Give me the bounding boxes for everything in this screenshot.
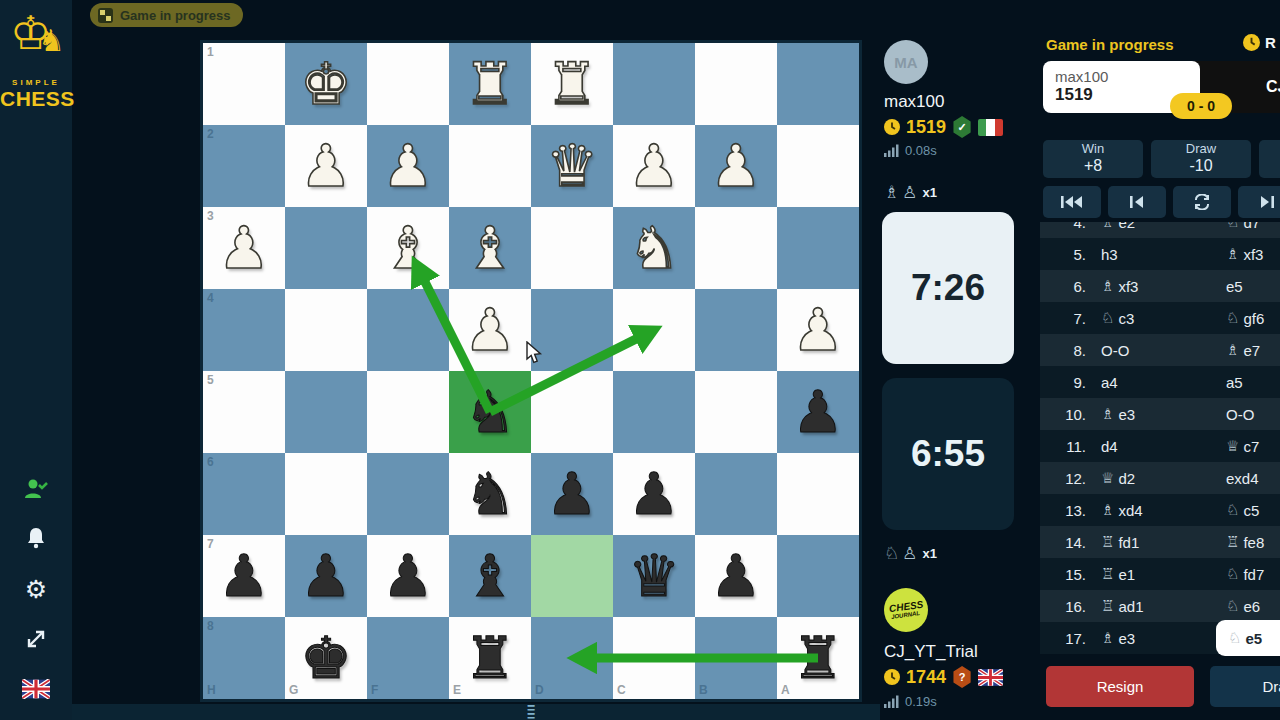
black-move[interactable]: exd4 — [1226, 470, 1259, 487]
resign-button[interactable]: Resign — [1046, 666, 1194, 707]
nav-flip-board-button[interactable] — [1173, 186, 1231, 218]
black-move[interactable]: ♘d7 — [1226, 222, 1260, 231]
white-move-text: xf3 — [1118, 278, 1138, 295]
move-number: 8. — [1040, 342, 1086, 359]
square-f8[interactable]: F — [367, 617, 449, 699]
black-move-text: xf3 — [1243, 246, 1263, 263]
white-move[interactable]: ♘c3 — [1101, 309, 1134, 327]
bishop-icon: ♗ — [1101, 222, 1114, 231]
black-move[interactable]: e5 — [1226, 278, 1243, 295]
white-move[interactable]: ♗e3 — [1101, 405, 1135, 423]
black-move[interactable]: a5 — [1226, 374, 1243, 391]
black-move[interactable]: ♘e6 — [1226, 597, 1260, 615]
move-number: 4. — [1040, 222, 1086, 231]
square-f6[interactable] — [367, 453, 449, 535]
piece-white-bishop-f3[interactable]: ♝ — [367, 207, 449, 289]
rook-icon: ♖ — [1101, 533, 1114, 551]
panel-title: Game in progress — [1046, 36, 1174, 53]
skip-to-start-icon — [1061, 195, 1083, 209]
rook-icon: ♖ — [1226, 533, 1239, 551]
knight-icon: ♘ — [1228, 629, 1241, 647]
square-a1[interactable] — [777, 43, 859, 125]
square-b4[interactable] — [695, 289, 777, 371]
sidebar: ♔ ♞ SIMPLE CHESS ⚙ — [0, 0, 72, 720]
language-uk-flag-icon[interactable] — [0, 674, 72, 704]
square-h8[interactable]: 8H — [203, 617, 285, 699]
black-move[interactable]: ♗xf3 — [1226, 245, 1263, 263]
white-move-text: a4 — [1101, 374, 1118, 391]
square-a3[interactable] — [777, 207, 859, 289]
time-control-label: R — [1243, 34, 1276, 51]
piece-black-pawn-g7[interactable]: ♟ — [285, 535, 367, 617]
bishop-icon: ♗ — [1101, 501, 1114, 519]
white-move[interactable]: ♖fd1 — [1101, 533, 1139, 551]
move-row-13: 13.♗xd4♘c5 — [1040, 494, 1280, 526]
knight-icon: ♘ — [1226, 565, 1239, 583]
avatar-cj[interactable]: CHESS JOURNAL — [884, 588, 928, 632]
black-move-text: e6 — [1243, 598, 1260, 615]
file-label-H: H — [207, 683, 216, 697]
opponent-card-name: CJ_YT_Trial — [1266, 78, 1280, 96]
white-move-text: d2 — [1118, 470, 1135, 487]
move-number: 7. — [1040, 310, 1086, 327]
piece-white-rook-e1[interactable]: ♜ — [449, 43, 531, 125]
white-move-text: e3 — [1118, 406, 1135, 423]
move-row-5: 5.h3♗xf3 — [1040, 238, 1280, 270]
nav-step-forward-button[interactable] — [1238, 186, 1280, 218]
black-move-text: fe8 — [1243, 534, 1264, 551]
move-row-17: 17.♗e3♘e5 — [1040, 622, 1280, 654]
logo-knight-icon: ♞ — [38, 26, 65, 56]
black-clock: 6:55 — [882, 378, 1014, 530]
white-clock-time: 7:26 — [911, 267, 985, 309]
square-h2[interactable]: 2 — [203, 125, 285, 207]
piece-white-rook-d1[interactable]: ♜ — [531, 43, 613, 125]
avatar-max100[interactable]: MA — [884, 40, 928, 84]
piece-black-pawn-b7[interactable]: ♟ — [695, 535, 777, 617]
piece-black-knight-e5[interactable]: ♞ — [449, 371, 531, 453]
black-move-text: e5 — [1226, 278, 1243, 295]
bishop-icon: ♗ — [1101, 277, 1114, 295]
piece-white-bishop-e3[interactable]: ♝ — [449, 207, 531, 289]
square-b3[interactable] — [695, 207, 777, 289]
provisional-question-badge: ? — [952, 666, 972, 688]
black-move-text: O-O — [1226, 406, 1254, 423]
black-move-text: e5 — [1245, 630, 1262, 647]
white-move[interactable]: ♖e1 — [1101, 565, 1135, 583]
square-f5[interactable] — [367, 371, 449, 453]
player-bottom-name: CJ_YT_Trial — [884, 642, 978, 662]
piece-black-rook-a8[interactable]: ♜ — [777, 617, 859, 699]
black-move-text: c7 — [1243, 438, 1259, 455]
player-bottom-rating: 1744 — [906, 667, 946, 688]
white-clock: 7:26 — [882, 212, 1014, 364]
move-number: 6. — [1040, 278, 1086, 295]
square-h4[interactable]: 4 — [203, 289, 285, 371]
player-bottom-rating-row: 1744 ? — [884, 666, 1003, 688]
captured-pawn-icon: ♙ — [902, 182, 917, 202]
bishop-icon: ♗ — [1101, 629, 1114, 647]
piece-black-pawn-h7[interactable]: ♟ — [203, 535, 285, 617]
move-row-7: 7.♘c3♘gf6 — [1040, 302, 1280, 334]
white-move-text: h3 — [1101, 246, 1118, 263]
step-forward-icon — [1260, 195, 1274, 209]
square-a6[interactable] — [777, 453, 859, 535]
player-bottom-latency-row: 0.19s — [884, 694, 937, 709]
rook-icon: ♖ — [1101, 597, 1114, 615]
file-label-D: D — [535, 683, 544, 697]
white-move[interactable]: ♕d2 — [1101, 469, 1135, 487]
white-move[interactable]: ♖ad1 — [1101, 597, 1143, 615]
piece-black-queen-c7[interactable]: ♛ — [613, 535, 695, 617]
white-move-text: e3 — [1118, 630, 1135, 647]
loss-outcome-button[interactable] — [1259, 140, 1280, 178]
square-b8[interactable]: B — [695, 617, 777, 699]
piece-white-queen-d2[interactable]: ♛ — [531, 125, 613, 207]
move-number: 13. — [1040, 502, 1086, 519]
piece-white-knight-c3[interactable]: ♞ — [613, 207, 695, 289]
nav-skip-to-start-button[interactable] — [1043, 186, 1101, 218]
black-move[interactable]: ♗e7 — [1226, 341, 1260, 359]
move-row-14: 14.♖fd1♖fe8 — [1040, 526, 1280, 558]
move-number: 16. — [1040, 598, 1086, 615]
match-score-pill: 0 - 0 — [1170, 93, 1232, 119]
file-label-B: B — [699, 683, 708, 697]
draw-outcome-button[interactable]: Draw -10 — [1151, 140, 1251, 178]
white-move-text: c3 — [1118, 310, 1134, 327]
win-outcome-button[interactable]: Win +8 — [1043, 140, 1143, 178]
white-move[interactable]: ♗e2 — [1101, 222, 1135, 231]
rank-label-8: 8 — [207, 619, 214, 633]
black-move[interactable]: ♕c7 — [1226, 437, 1259, 455]
black-move-text: fd7 — [1243, 566, 1264, 583]
piece-black-pawn-a5[interactable]: ♟ — [777, 371, 859, 453]
knight-icon: ♘ — [1226, 501, 1239, 519]
black-move-text: c5 — [1243, 502, 1259, 519]
queen-icon: ♕ — [1101, 469, 1114, 487]
badge-label: Game in progress — [120, 8, 231, 23]
square-d3[interactable] — [531, 207, 613, 289]
square-d5[interactable] — [531, 371, 613, 453]
move-row-6: 6.♗xf3e5 — [1040, 270, 1280, 302]
board-frame: 12345678HGFEDCBA♚♜♜♛♟♟♟♟♟♝♝♞♟♟♞♟♞♟♟♟♟♟♝♛… — [200, 40, 862, 702]
piece-white-king-g1[interactable]: ♚ — [285, 43, 367, 125]
piece-black-pawn-f7[interactable]: ♟ — [367, 535, 449, 617]
square-d8[interactable]: D — [531, 617, 613, 699]
move-number: 12. — [1040, 470, 1086, 487]
player-top-rating-row: 1519 ✓ — [884, 116, 1003, 138]
piece-black-bishop-e7[interactable]: ♝ — [449, 535, 531, 617]
player-top-rating: 1519 — [906, 117, 946, 138]
captured-knight-icon: ♘ — [884, 543, 899, 563]
black-move-text: e7 — [1243, 342, 1260, 359]
piece-black-rook-e8[interactable]: ♜ — [449, 617, 531, 699]
white-move[interactable]: ♗xf3 — [1101, 277, 1138, 295]
square-b6[interactable] — [695, 453, 777, 535]
knight-icon: ♘ — [1226, 222, 1239, 231]
player-top-latency-row: 0.08s — [884, 143, 937, 158]
move-row-8: 8.O-O♗e7 — [1040, 334, 1280, 366]
black-move[interactable]: ♖fe8 — [1226, 533, 1264, 551]
mini-board-icon — [98, 8, 113, 23]
rook-icon: ♖ — [1101, 565, 1114, 583]
white-move[interactable]: ♗xd4 — [1101, 501, 1143, 519]
knight-icon: ♘ — [1226, 597, 1239, 615]
piece-white-pawn-h3[interactable]: ♟ — [203, 207, 285, 289]
square-h5[interactable]: 5 — [203, 371, 285, 453]
square-c8[interactable]: C — [613, 617, 695, 699]
queen-icon: ♕ — [1226, 437, 1239, 455]
black-move-text: gf6 — [1243, 310, 1264, 327]
white-move-text: fd1 — [1118, 534, 1139, 551]
square-f4[interactable] — [367, 289, 449, 371]
black-move[interactable]: O-O — [1226, 406, 1254, 423]
white-move-text: e1 — [1118, 566, 1135, 583]
square-f1[interactable] — [367, 43, 449, 125]
piece-black-pawn-d6[interactable]: ♟ — [531, 453, 613, 535]
square-c5[interactable] — [613, 371, 695, 453]
captured-count: x1 — [923, 185, 937, 200]
verified-check-badge: ✓ — [952, 116, 972, 138]
move-number: 15. — [1040, 566, 1086, 583]
rank-label-4: 4 — [207, 291, 214, 305]
black-move[interactable]: ♘c5 — [1226, 501, 1259, 519]
move-row-4: 4.♗e2♘d7 — [1040, 222, 1280, 238]
white-move-text: ad1 — [1118, 598, 1143, 615]
rank-label-6: 6 — [207, 455, 214, 469]
piece-white-pawn-f2[interactable]: ♟ — [367, 125, 449, 207]
square-b5[interactable] — [695, 371, 777, 453]
knight-icon: ♘ — [1226, 309, 1239, 327]
knight-icon: ♘ — [1101, 309, 1114, 327]
piece-black-knight-e6[interactable]: ♞ — [449, 453, 531, 535]
rating-clock-icon — [884, 669, 900, 685]
square-a2[interactable] — [777, 125, 859, 207]
move-number: 11. — [1040, 438, 1086, 455]
black-move-text: d7 — [1243, 222, 1260, 231]
move-number: 17. — [1040, 630, 1086, 647]
black-move[interactable]: ♘fd7 — [1226, 565, 1264, 583]
square-h6[interactable]: 6 — [203, 453, 285, 535]
signal-bars-icon — [884, 695, 900, 708]
square-g4[interactable] — [285, 289, 367, 371]
piece-black-pawn-c6[interactable]: ♟ — [613, 453, 695, 535]
white-move-text: e2 — [1118, 222, 1135, 231]
black-move-text: a5 — [1226, 374, 1243, 391]
square-h1[interactable]: 1 — [203, 43, 285, 125]
white-move[interactable]: a4 — [1101, 374, 1118, 391]
move-row-10: 10.♗e3O-O — [1040, 398, 1280, 430]
white-move-text: d4 — [1101, 438, 1118, 455]
move-row-15: 15.♖e1♘fd7 — [1040, 558, 1280, 590]
match-card-name: max100 — [1055, 68, 1200, 85]
square-d7[interactable] — [531, 535, 613, 617]
bishop-icon: ♗ — [1226, 341, 1239, 359]
move-row-9: 9.a4a5 — [1040, 366, 1280, 398]
move-row-16: 16.♖ad1♘e6 — [1040, 590, 1280, 622]
captured-by-white-tray: ♗♙x1 — [884, 182, 937, 202]
square-c4[interactable] — [613, 289, 695, 371]
step-back-icon — [1130, 195, 1144, 209]
square-g6[interactable] — [285, 453, 367, 535]
logo-text-chess: CHESS — [0, 87, 72, 111]
rank-label-1: 1 — [207, 45, 214, 59]
square-e2[interactable] — [449, 125, 531, 207]
flip-board-icon — [1193, 194, 1211, 210]
move-number: 10. — [1040, 406, 1086, 423]
square-c1[interactable] — [613, 43, 695, 125]
piece-white-pawn-g2[interactable]: ♟ — [285, 125, 367, 207]
move-number: 9. — [1040, 374, 1086, 391]
bishop-icon: ♗ — [1226, 245, 1239, 263]
online-status-icon[interactable] — [0, 473, 72, 503]
white-move-text: xd4 — [1118, 502, 1142, 519]
piece-black-king-g8[interactable]: ♚ — [285, 617, 367, 699]
move-row-12: 12.♕d2exd4 — [1040, 462, 1280, 494]
offer-draw-button[interactable]: Draw — [1210, 666, 1280, 707]
rating-clock-icon — [884, 119, 900, 135]
move-number: 5. — [1040, 246, 1086, 263]
game-in-progress-badge: Game in progress — [90, 3, 243, 27]
captured-pawn-icon: ♙ — [902, 543, 917, 563]
time-control-clock-icon — [1243, 34, 1260, 51]
piece-white-pawn-e4[interactable]: ♟ — [449, 289, 531, 371]
player-top-latency: 0.08s — [905, 143, 937, 158]
current-move-pill[interactable]: ♘e5 — [1216, 620, 1280, 656]
piece-white-pawn-c2[interactable]: ♟ — [613, 125, 695, 207]
white-move[interactable]: h3 — [1101, 246, 1118, 263]
nav-step-back-button[interactable] — [1108, 186, 1166, 218]
player-top-name: max100 — [884, 92, 944, 112]
avatar-initials: MA — [894, 54, 917, 71]
bishop-icon: ♗ — [1101, 405, 1114, 423]
white-move-text: O-O — [1101, 342, 1129, 359]
square-a7[interactable] — [777, 535, 859, 617]
file-label-F: F — [371, 683, 378, 697]
mouse-cursor — [526, 341, 543, 369]
settings-gear-icon[interactable]: ⚙ — [0, 574, 72, 604]
captured-count: x1 — [923, 546, 937, 561]
player-bottom-latency: 0.19s — [905, 694, 937, 709]
signal-bars-icon — [884, 144, 900, 157]
square-g3[interactable] — [285, 207, 367, 289]
black-move-text: exd4 — [1226, 470, 1259, 487]
uk-flag — [978, 669, 1003, 686]
file-label-C: C — [617, 683, 626, 697]
white-move[interactable]: d4 — [1101, 438, 1118, 455]
bottom-drawer-bar: == — [72, 704, 880, 720]
logo-text-simple: SIMPLE — [0, 78, 72, 87]
drawer-handle-icon[interactable]: == — [523, 704, 539, 720]
notifications-bell-icon[interactable] — [0, 523, 72, 553]
black-move[interactable]: ♘gf6 — [1226, 309, 1264, 327]
black-clock-time: 6:55 — [911, 433, 985, 475]
white-move[interactable]: ♗e3 — [1101, 629, 1135, 647]
square-d4[interactable] — [531, 289, 613, 371]
italy-flag — [978, 119, 1003, 136]
captured-bishop-icon: ♗ — [884, 182, 899, 202]
board[interactable]: 12345678HGFEDCBA♚♜♜♛♟♟♟♟♟♝♝♞♟♟♞♟♞♟♟♟♟♟♝♛… — [203, 43, 859, 699]
move-row-11: 11.d4♕c7 — [1040, 430, 1280, 462]
rank-label-2: 2 — [207, 127, 214, 141]
rank-label-5: 5 — [207, 373, 214, 387]
white-move[interactable]: O-O — [1101, 342, 1129, 359]
move-number: 14. — [1040, 534, 1086, 551]
piece-white-pawn-a4[interactable]: ♟ — [777, 289, 859, 371]
square-b1[interactable] — [695, 43, 777, 125]
move-list[interactable]: 4.♗e2♘d75.h3♗xf36.♗xf3e57.♘c3♘gf68.O-O♗e… — [1040, 222, 1280, 656]
captured-by-black-tray: ♘♙x1 — [884, 543, 937, 563]
piece-white-pawn-b2[interactable]: ♟ — [695, 125, 777, 207]
square-g5[interactable] — [285, 371, 367, 453]
fullscreen-expand-icon[interactable] — [0, 624, 72, 654]
